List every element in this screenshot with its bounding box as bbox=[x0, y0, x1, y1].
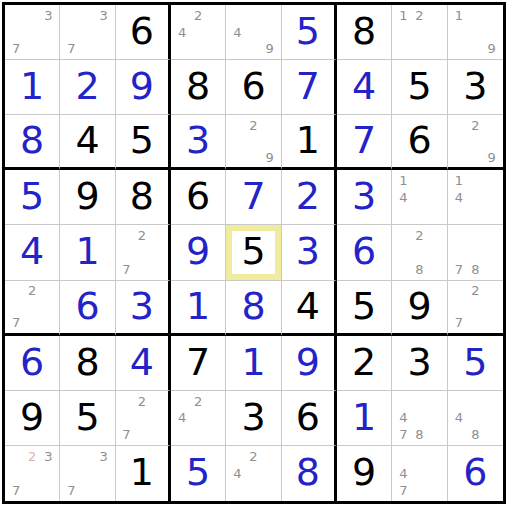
cell-r6c9[interactable]: 27 bbox=[448, 281, 503, 336]
candidate-digit: 4 bbox=[229, 465, 245, 482]
candidate-digit: 2 bbox=[467, 117, 483, 133]
candidate-grid: 29 bbox=[448, 115, 503, 167]
cell-r7c1[interactable]: 6 bbox=[5, 336, 60, 391]
cell-r2c5[interactable]: 6 bbox=[226, 60, 281, 115]
cell-r8c7[interactable]: 1 bbox=[337, 391, 392, 446]
candidate-grid: 47 bbox=[392, 446, 446, 501]
candidate-digit: 2 bbox=[134, 227, 149, 244]
candidate-digit: 3 bbox=[40, 7, 56, 24]
cell-r9c6[interactable]: 8 bbox=[282, 446, 337, 501]
cell-value: 6 bbox=[130, 12, 154, 52]
candidate-grid: 29 bbox=[226, 115, 280, 167]
cell-value: 1 bbox=[20, 67, 44, 107]
cell-value: 8 bbox=[130, 177, 154, 217]
cell-value: 8 bbox=[352, 12, 376, 52]
candidate-digit: 9 bbox=[262, 40, 278, 57]
cell-value: 6 bbox=[352, 232, 376, 272]
candidate-digit: 9 bbox=[262, 149, 278, 165]
candidate-grid: 14 bbox=[392, 170, 446, 224]
cell-value: 4 bbox=[75, 121, 99, 161]
cell-value: 5 bbox=[75, 398, 99, 438]
candidate-digit: 2 bbox=[245, 117, 261, 133]
cell-r1c1[interactable]: 37 bbox=[5, 5, 60, 60]
candidate-digit: 3 bbox=[96, 448, 112, 465]
cell-r2c6[interactable]: 7 bbox=[282, 60, 337, 115]
cell-r5c4[interactable]: 9 bbox=[171, 225, 226, 280]
cell-r2c9[interactable]: 3 bbox=[448, 60, 503, 115]
cell-r6c2[interactable]: 6 bbox=[60, 281, 115, 336]
candidate-grid: 37 bbox=[60, 446, 114, 501]
cell-value: 8 bbox=[186, 67, 210, 107]
candidate-grid: 24 bbox=[171, 5, 225, 59]
candidate-digit: 3 bbox=[96, 7, 112, 24]
cell-value: 2 bbox=[75, 67, 99, 107]
cell-r1c7[interactable]: 8 bbox=[337, 5, 392, 60]
candidate-digit: 7 bbox=[63, 482, 79, 499]
cell-r4c1[interactable]: 5 bbox=[5, 170, 60, 225]
cell-value: 1 bbox=[75, 232, 99, 272]
cell-value: 9 bbox=[407, 287, 431, 327]
cell-r1c2[interactable]: 37 bbox=[60, 5, 115, 60]
candidate-digit: 2 bbox=[411, 7, 427, 24]
cell-value: 2 bbox=[352, 343, 376, 383]
cell-r9c4[interactable]: 5 bbox=[171, 446, 226, 501]
cell-value: 9 bbox=[20, 398, 44, 438]
cell-r5c7[interactable]: 6 bbox=[337, 225, 392, 280]
cell-r7c7[interactable]: 2 bbox=[337, 336, 392, 391]
cell-value: 8 bbox=[75, 343, 99, 383]
cell-value: 5 bbox=[296, 12, 320, 52]
cell-value: 8 bbox=[20, 121, 44, 161]
cell-value: 1 bbox=[241, 343, 265, 383]
candidate-digit: 4 bbox=[451, 409, 467, 426]
cell-value: 7 bbox=[352, 121, 376, 161]
cell-value: 6 bbox=[20, 343, 44, 383]
cell-r5c5[interactable]: 5 bbox=[226, 225, 281, 280]
candidate-digit: 3 bbox=[40, 448, 56, 465]
cell-value: 4 bbox=[296, 287, 320, 327]
cell-value: 3 bbox=[186, 121, 210, 161]
cell-r5c6[interactable]: 3 bbox=[282, 225, 337, 280]
cell-value: 4 bbox=[20, 232, 44, 272]
cell-r4c6[interactable]: 2 bbox=[282, 170, 337, 225]
candidate-digit: 2 bbox=[190, 7, 206, 24]
candidate-digit: 8 bbox=[411, 426, 427, 443]
cell-value: 5 bbox=[186, 453, 210, 493]
cell-r5c2[interactable]: 1 bbox=[60, 225, 115, 280]
cell-r3c5[interactable]: 29 bbox=[226, 115, 281, 170]
cell-value: 4 bbox=[130, 343, 154, 383]
cell-r4c3[interactable]: 8 bbox=[116, 170, 171, 225]
cell-r7c5[interactable]: 1 bbox=[226, 336, 281, 391]
cell-value: 1 bbox=[352, 398, 376, 438]
cell-value: 5 bbox=[130, 121, 154, 161]
cell-r9c9[interactable]: 6 bbox=[448, 446, 503, 501]
cell-r4c4[interactable]: 6 bbox=[171, 170, 226, 225]
cell-r3c9[interactable]: 29 bbox=[448, 115, 503, 170]
candidate-digit: 2 bbox=[467, 283, 483, 299]
cell-r6c7[interactable]: 5 bbox=[337, 281, 392, 336]
candidate-digit: 4 bbox=[174, 24, 190, 41]
candidate-digit: 1 bbox=[395, 7, 411, 24]
candidate-grid: 37 bbox=[60, 5, 114, 59]
candidate-digit: 8 bbox=[467, 261, 483, 278]
cell-r1c3[interactable]: 6 bbox=[116, 5, 171, 60]
cell-r6c4[interactable]: 1 bbox=[171, 281, 226, 336]
cell-r9c5[interactable]: 24 bbox=[226, 446, 281, 501]
candidate-digit: 2 bbox=[190, 393, 206, 410]
cell-r2c1[interactable]: 1 bbox=[5, 60, 60, 115]
cell-r7c2[interactable]: 8 bbox=[60, 336, 115, 391]
candidate-grid: 478 bbox=[392, 391, 446, 445]
candidate-digit: 1 bbox=[451, 172, 467, 189]
cell-r8c9[interactable]: 48 bbox=[448, 391, 503, 446]
cell-r9c1[interactable]: 237 bbox=[5, 446, 60, 501]
cell-value: 6 bbox=[463, 453, 487, 493]
candidate-digit: 4 bbox=[451, 189, 467, 206]
cell-r6c1[interactable]: 27 bbox=[5, 281, 60, 336]
cell-r8c8[interactable]: 478 bbox=[392, 391, 447, 446]
candidate-digit: 7 bbox=[451, 261, 467, 278]
cell-r2c8[interactable]: 5 bbox=[392, 60, 447, 115]
cell-value: 7 bbox=[296, 67, 320, 107]
cell-r3c8[interactable]: 6 bbox=[392, 115, 447, 170]
cell-value: 6 bbox=[241, 67, 265, 107]
cell-r5c1[interactable]: 4 bbox=[5, 225, 60, 280]
cell-r2c4[interactable]: 8 bbox=[171, 60, 226, 115]
cell-value: 8 bbox=[241, 287, 265, 327]
cell-value: 9 bbox=[130, 67, 154, 107]
cell-r4c8[interactable]: 14 bbox=[392, 170, 447, 225]
cell-value: 8 bbox=[296, 453, 320, 493]
cell-value: 3 bbox=[130, 287, 154, 327]
candidate-grid: 237 bbox=[5, 446, 59, 501]
cell-value: 3 bbox=[296, 232, 320, 272]
cell-r6c8[interactable]: 9 bbox=[392, 281, 447, 336]
cell-value: 5 bbox=[241, 232, 265, 272]
cell-r7c9[interactable]: 5 bbox=[448, 336, 503, 391]
cell-value: 6 bbox=[407, 121, 431, 161]
cell-value: 9 bbox=[296, 343, 320, 383]
cell-r9c2[interactable]: 37 bbox=[60, 446, 115, 501]
candidate-digit: 7 bbox=[8, 40, 24, 57]
cell-r7c6[interactable]: 9 bbox=[282, 336, 337, 391]
cell-value: 1 bbox=[130, 453, 154, 493]
cell-r1c4[interactable]: 24 bbox=[171, 5, 226, 60]
cell-r8c1[interactable]: 9 bbox=[5, 391, 60, 446]
cell-value: 7 bbox=[186, 343, 210, 383]
cell-r3c7[interactable]: 7 bbox=[337, 115, 392, 170]
cell-r7c4[interactable]: 7 bbox=[171, 336, 226, 391]
cell-r2c2[interactable]: 2 bbox=[60, 60, 115, 115]
cell-r5c8[interactable]: 28 bbox=[392, 225, 447, 280]
candidate-digit: 8 bbox=[467, 426, 483, 443]
cell-value: 5 bbox=[463, 343, 487, 383]
cell-r4c7[interactable]: 3 bbox=[337, 170, 392, 225]
cell-r9c7[interactable]: 9 bbox=[337, 446, 392, 501]
candidate-digit: 8 bbox=[411, 261, 427, 278]
cell-r8c3[interactable]: 27 bbox=[116, 391, 171, 446]
candidate-digit: 4 bbox=[174, 409, 190, 426]
candidate-digit: 1 bbox=[451, 7, 467, 24]
candidate-digit: 7 bbox=[63, 40, 79, 57]
cell-r3c1[interactable]: 8 bbox=[5, 115, 60, 170]
candidate-digit: 7 bbox=[395, 482, 411, 499]
cell-value: 3 bbox=[407, 343, 431, 383]
cell-value: 1 bbox=[296, 121, 320, 161]
cell-value: 9 bbox=[352, 453, 376, 493]
candidate-grid: 37 bbox=[5, 5, 59, 59]
candidate-digit: 9 bbox=[484, 40, 500, 57]
sudoku-board: 3737624495812191298674538453291762959867… bbox=[2, 2, 506, 504]
cell-r6c3[interactable]: 3 bbox=[116, 281, 171, 336]
cell-r3c3[interactable]: 5 bbox=[116, 115, 171, 170]
candidate-digit: 7 bbox=[119, 426, 134, 443]
cell-r6c6[interactable]: 4 bbox=[282, 281, 337, 336]
cell-value: 9 bbox=[186, 232, 210, 272]
candidate-digit: 4 bbox=[229, 24, 245, 41]
cell-r3c2[interactable]: 4 bbox=[60, 115, 115, 170]
cell-r8c5[interactable]: 3 bbox=[226, 391, 281, 446]
candidate-grid: 28 bbox=[392, 225, 446, 279]
candidate-digit: 2 bbox=[411, 227, 427, 244]
cell-r2c7[interactable]: 4 bbox=[337, 60, 392, 115]
cell-value: 5 bbox=[407, 67, 431, 107]
cell-value: 6 bbox=[75, 287, 99, 327]
cell-value: 5 bbox=[352, 287, 376, 327]
cell-r4c2[interactable]: 9 bbox=[60, 170, 115, 225]
cell-r4c9[interactable]: 14 bbox=[448, 170, 503, 225]
cell-r1c5[interactable]: 49 bbox=[226, 5, 281, 60]
cell-r6c5[interactable]: 8 bbox=[226, 281, 281, 336]
candidate-grid: 78 bbox=[448, 225, 503, 279]
candidate-grid: 27 bbox=[116, 225, 168, 279]
candidate-grid: 49 bbox=[226, 5, 280, 59]
candidate-digit: 2 bbox=[245, 448, 261, 465]
cell-r2c3[interactable]: 9 bbox=[116, 60, 171, 115]
candidate-grid: 24 bbox=[171, 391, 225, 445]
candidate-digit: 7 bbox=[8, 482, 24, 499]
candidate-digit: 2 bbox=[24, 283, 40, 299]
cell-r9c3[interactable]: 1 bbox=[116, 446, 171, 501]
cell-r3c6[interactable]: 1 bbox=[282, 115, 337, 170]
candidate-digit: 7 bbox=[395, 426, 411, 443]
cell-r7c8[interactable]: 3 bbox=[392, 336, 447, 391]
cell-value: 7 bbox=[241, 177, 265, 217]
candidate-grid: 27 bbox=[116, 391, 168, 445]
candidate-grid: 14 bbox=[448, 170, 503, 224]
candidate-digit: 7 bbox=[451, 315, 467, 331]
candidate-digit: 9 bbox=[484, 149, 500, 165]
cell-r4c5[interactable]: 7 bbox=[226, 170, 281, 225]
cell-value: 3 bbox=[463, 67, 487, 107]
cell-value: 2 bbox=[296, 177, 320, 217]
cell-value: 1 bbox=[186, 287, 210, 327]
cell-r1c9[interactable]: 19 bbox=[448, 5, 503, 60]
cell-r9c8[interactable]: 47 bbox=[392, 446, 447, 501]
candidate-digit: 7 bbox=[119, 261, 134, 278]
cell-value: 9 bbox=[75, 177, 99, 217]
cell-value: 5 bbox=[20, 177, 44, 217]
cell-r1c6[interactable]: 5 bbox=[282, 5, 337, 60]
cell-r7c3[interactable]: 4 bbox=[116, 336, 171, 391]
cell-value: 6 bbox=[296, 398, 320, 438]
sudoku-app: 3737624495812191298674538453291762959867… bbox=[0, 0, 508, 506]
candidate-digit: 1 bbox=[395, 172, 411, 189]
candidate-digit: 2 bbox=[24, 448, 40, 465]
candidate-grid: 48 bbox=[448, 391, 503, 445]
candidate-digit: 7 bbox=[8, 315, 24, 331]
cell-r3c4[interactable]: 3 bbox=[171, 115, 226, 170]
candidate-grid: 24 bbox=[226, 446, 280, 501]
cell-r8c4[interactable]: 24 bbox=[171, 391, 226, 446]
candidate-grid: 19 bbox=[448, 5, 503, 59]
candidate-digit: 4 bbox=[395, 465, 411, 482]
candidate-digit: 2 bbox=[134, 393, 149, 410]
cell-value: 6 bbox=[186, 177, 210, 217]
candidate-grid: 12 bbox=[392, 5, 446, 59]
cell-r5c9[interactable]: 78 bbox=[448, 225, 503, 280]
candidate-grid: 27 bbox=[5, 281, 59, 333]
cell-r5c3[interactable]: 27 bbox=[116, 225, 171, 280]
cell-value: 3 bbox=[352, 177, 376, 217]
candidate-grid: 27 bbox=[448, 281, 503, 333]
candidate-digit: 4 bbox=[395, 409, 411, 426]
cell-r1c8[interactable]: 12 bbox=[392, 5, 447, 60]
cell-r8c6[interactable]: 6 bbox=[282, 391, 337, 446]
cell-value: 3 bbox=[241, 398, 265, 438]
candidate-digit: 4 bbox=[395, 189, 411, 206]
cell-value: 4 bbox=[352, 67, 376, 107]
cell-r8c2[interactable]: 5 bbox=[60, 391, 115, 446]
